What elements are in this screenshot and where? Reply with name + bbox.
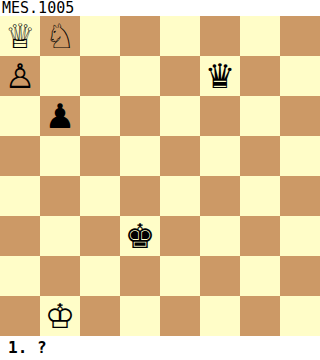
square-d5[interactable] [120, 136, 160, 176]
square-a4[interactable] [0, 176, 40, 216]
square-b3[interactable] [40, 216, 80, 256]
square-e7[interactable] [160, 56, 200, 96]
move-prompt: 1. ? [0, 336, 320, 360]
square-f6[interactable] [200, 96, 240, 136]
piece-black-queen[interactable]: ♛ [205, 56, 235, 96]
piece-white-queen[interactable]: ♕ [5, 16, 35, 56]
square-f2[interactable] [200, 256, 240, 296]
square-a6[interactable] [0, 96, 40, 136]
square-g5[interactable] [240, 136, 280, 176]
square-b7[interactable] [40, 56, 80, 96]
square-f5[interactable] [200, 136, 240, 176]
square-g3[interactable] [240, 216, 280, 256]
square-e8[interactable] [160, 16, 200, 56]
square-a2[interactable] [0, 256, 40, 296]
square-d4[interactable] [120, 176, 160, 216]
piece-black-king[interactable]: ♚ [125, 216, 155, 256]
square-d3[interactable]: ♚ [120, 216, 160, 256]
square-g6[interactable] [240, 96, 280, 136]
square-g4[interactable] [240, 176, 280, 216]
piece-white-pawn[interactable]: ♙ [5, 56, 35, 96]
piece-white-knight[interactable]: ♘ [45, 16, 75, 56]
square-g7[interactable] [240, 56, 280, 96]
square-h5[interactable] [280, 136, 320, 176]
square-d6[interactable] [120, 96, 160, 136]
square-d7[interactable] [120, 56, 160, 96]
square-c5[interactable] [80, 136, 120, 176]
square-a3[interactable] [0, 216, 40, 256]
square-a8[interactable]: ♕ [0, 16, 40, 56]
square-c3[interactable] [80, 216, 120, 256]
square-g8[interactable] [240, 16, 280, 56]
square-h2[interactable] [280, 256, 320, 296]
square-e3[interactable] [160, 216, 200, 256]
square-c4[interactable] [80, 176, 120, 216]
square-h8[interactable] [280, 16, 320, 56]
square-a7[interactable]: ♙ [0, 56, 40, 96]
square-e4[interactable] [160, 176, 200, 216]
square-f3[interactable] [200, 216, 240, 256]
square-h7[interactable] [280, 56, 320, 96]
square-a5[interactable] [0, 136, 40, 176]
square-e5[interactable] [160, 136, 200, 176]
square-f4[interactable] [200, 176, 240, 216]
square-c1[interactable] [80, 296, 120, 336]
square-h6[interactable] [280, 96, 320, 136]
square-b6[interactable]: ♟ [40, 96, 80, 136]
square-e6[interactable] [160, 96, 200, 136]
square-h4[interactable] [280, 176, 320, 216]
square-b1[interactable]: ♔ [40, 296, 80, 336]
square-e2[interactable] [160, 256, 200, 296]
square-c2[interactable] [80, 256, 120, 296]
square-c8[interactable] [80, 16, 120, 56]
square-d8[interactable] [120, 16, 160, 56]
square-b5[interactable] [40, 136, 80, 176]
square-b8[interactable]: ♘ [40, 16, 80, 56]
square-f7[interactable]: ♛ [200, 56, 240, 96]
square-d1[interactable] [120, 296, 160, 336]
square-f1[interactable] [200, 296, 240, 336]
square-a1[interactable] [0, 296, 40, 336]
square-e1[interactable] [160, 296, 200, 336]
square-c7[interactable] [80, 56, 120, 96]
square-h3[interactable] [280, 216, 320, 256]
square-h1[interactable] [280, 296, 320, 336]
chess-board: ♕♘♙♛♟♚♔ [0, 16, 320, 336]
square-f8[interactable] [200, 16, 240, 56]
square-g1[interactable] [240, 296, 280, 336]
square-b2[interactable] [40, 256, 80, 296]
puzzle-id-title: MES.1005 [0, 0, 320, 16]
square-b4[interactable] [40, 176, 80, 216]
square-d2[interactable] [120, 256, 160, 296]
square-c6[interactable] [80, 96, 120, 136]
square-g2[interactable] [240, 256, 280, 296]
piece-white-king[interactable]: ♔ [45, 296, 75, 336]
piece-black-pawn[interactable]: ♟ [45, 96, 75, 136]
